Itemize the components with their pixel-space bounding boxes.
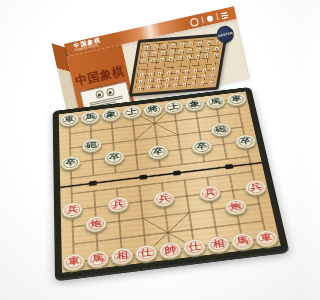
piece-black-車[interactable]: 車 (60, 112, 80, 127)
piece-black-卒[interactable]: 卒 (104, 150, 125, 166)
piece-black-卒[interactable]: 卒 (234, 134, 257, 150)
xiangqi-board[interactable]: 車馬象士將士象馬車砲砲卒卒卒卒卒兵兵兵兵兵炮炮車馬相仕帥仕相馬車 (53, 87, 289, 279)
pieces-layer: 車馬象士將士象馬車砲砲卒卒卒卒卒兵兵兵兵兵炮炮車馬相仕帥仕相馬車 (59, 91, 281, 272)
piece-red-仕[interactable]: 仕 (182, 238, 206, 257)
piece-red-兵[interactable]: 兵 (107, 196, 129, 214)
piece-black-士[interactable]: 士 (163, 100, 184, 115)
piece-black-將[interactable]: 將 (143, 102, 164, 117)
piece-red-兵[interactable]: 兵 (62, 201, 84, 219)
piece-red-兵[interactable]: 兵 (244, 179, 268, 196)
board-frame: 車馬象士將士象馬車砲砲卒卒卒卒卒兵兵兵兵兵炮炮車馬相仕帥仕相馬車 (53, 87, 289, 279)
board-grid-lines (59, 91, 281, 272)
brand-logo-text: EASTEN (217, 31, 233, 38)
piece-red-炮[interactable]: 炮 (224, 198, 248, 216)
piece-red-相[interactable]: 相 (110, 247, 133, 266)
piece-black-馬[interactable]: 馬 (205, 95, 227, 110)
piece-red-兵[interactable]: 兵 (198, 185, 222, 202)
piece-black-士[interactable]: 士 (122, 105, 142, 120)
piece-red-車[interactable]: 車 (254, 229, 280, 248)
fold-hinges (89, 164, 233, 186)
piece-black-砲[interactable]: 砲 (82, 138, 102, 154)
fold-hinge-line (60, 163, 262, 188)
product-photo: 中国象棋 CHINESE CHESS 中国象棋 CHINESE CHESS (0, 0, 300, 300)
piece-black-象[interactable]: 象 (184, 97, 205, 112)
piece-red-兵[interactable]: 兵 (153, 190, 176, 208)
piece-black-車[interactable]: 車 (226, 92, 248, 107)
piece-red-相[interactable]: 相 (206, 235, 231, 254)
piece-black-象[interactable]: 象 (101, 107, 121, 122)
piece-black-卒[interactable]: 卒 (61, 155, 81, 171)
grid-icon (221, 11, 228, 18)
piece-black-卒[interactable]: 卒 (191, 139, 213, 155)
piece-red-馬[interactable]: 馬 (87, 250, 110, 269)
piece-red-仕[interactable]: 仕 (134, 244, 158, 263)
box-art-board (129, 33, 228, 97)
stone-icon (206, 15, 213, 22)
piece-red-炮[interactable]: 炮 (85, 215, 107, 233)
ring-icon (190, 17, 200, 27)
piece-red-馬[interactable]: 馬 (230, 232, 255, 251)
piece-red-車[interactable]: 車 (63, 253, 86, 272)
piece-black-卒[interactable]: 卒 (147, 144, 169, 160)
piece-black-馬[interactable]: 馬 (80, 110, 100, 125)
board-surface[interactable]: 車馬象士將士象馬車砲砲卒卒卒卒卒兵兵兵兵兵炮炮車馬相仕帥仕相馬車 (59, 91, 281, 272)
piece-red-帥[interactable]: 帥 (158, 241, 182, 260)
piece-black-砲[interactable]: 砲 (210, 122, 232, 138)
